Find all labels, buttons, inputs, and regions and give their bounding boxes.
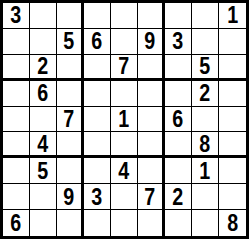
sudoku-board: 3156932756271648541937268 [0,0,249,239]
cell-r9c9: 8 [219,210,246,236]
given-digit: 4 [119,159,130,183]
given-digit: 7 [64,107,75,131]
cell-r6c9[interactable] [219,132,246,158]
given-digit: 5 [64,29,75,53]
cell-r8c4: 3 [84,184,111,210]
cell-r7c5: 4 [111,158,138,184]
cell-r5c7: 6 [165,107,192,133]
given-digit: 9 [145,29,156,53]
given-digit: 6 [173,107,184,131]
cell-r6c2: 4 [30,132,57,158]
cell-r6c3[interactable] [57,132,84,158]
cell-r7c4[interactable] [84,158,111,184]
cell-r2c4: 6 [84,29,111,55]
cell-r9c8[interactable] [192,210,219,236]
cell-r3c4[interactable] [84,55,111,81]
cell-r1c2[interactable] [30,3,57,29]
cell-r1c4[interactable] [84,3,111,29]
cell-r1c1: 3 [3,3,30,29]
cell-r1c5[interactable] [111,3,138,29]
given-digit: 5 [200,55,211,78]
cell-r3c3[interactable] [57,55,84,81]
cell-r6c1[interactable] [3,132,30,158]
cell-r7c3[interactable] [57,158,84,184]
cell-r9c1: 6 [3,210,30,236]
given-digit: 6 [38,81,49,105]
cell-r4c7[interactable] [165,81,192,107]
given-digit: 2 [200,81,211,105]
cell-r5c4[interactable] [84,107,111,133]
cell-r4c1[interactable] [3,81,30,107]
cell-r5c3: 7 [57,107,84,133]
cell-r4c8: 2 [192,81,219,107]
cell-r2c6: 9 [138,29,165,55]
cell-r7c6[interactable] [138,158,165,184]
cell-r2c8[interactable] [192,29,219,55]
given-digit: 6 [92,29,103,53]
cell-r1c8[interactable] [192,3,219,29]
cell-r3c2: 2 [30,55,57,81]
cell-r3c6[interactable] [138,55,165,81]
cell-r1c6[interactable] [138,3,165,29]
given-digit: 1 [227,3,238,27]
given-digit: 5 [38,159,49,183]
cell-r5c6[interactable] [138,107,165,133]
cell-r3c8: 5 [192,55,219,81]
cell-r5c5: 1 [111,107,138,133]
given-digit: 7 [119,55,130,78]
cell-r6c7[interactable] [165,132,192,158]
cell-r2c7: 3 [165,29,192,55]
cell-r9c6[interactable] [138,210,165,236]
given-digit: 1 [200,159,211,183]
cell-r5c9[interactable] [219,107,246,133]
cell-r1c7[interactable] [165,3,192,29]
cell-r6c4[interactable] [84,132,111,158]
cell-r1c9: 1 [219,3,246,29]
cell-r8c3: 9 [57,184,84,210]
given-digit: 7 [145,185,156,209]
given-digit: 3 [92,185,103,209]
cell-r9c2[interactable] [30,210,57,236]
cell-r8c1[interactable] [3,184,30,210]
given-digit: 8 [200,132,211,155]
cell-r4c5[interactable] [111,81,138,107]
cell-r8c2[interactable] [30,184,57,210]
cell-r1c3[interactable] [57,3,84,29]
cell-r7c8: 1 [192,158,219,184]
cell-r4c4[interactable] [84,81,111,107]
cell-r2c3: 5 [57,29,84,55]
cell-r4c6[interactable] [138,81,165,107]
cell-r6c6[interactable] [138,132,165,158]
cell-r3c9[interactable] [219,55,246,81]
cell-r5c2[interactable] [30,107,57,133]
cell-r2c2[interactable] [30,29,57,55]
given-digit: 6 [11,211,22,235]
cell-r7c7[interactable] [165,158,192,184]
cell-r2c1[interactable] [3,29,30,55]
cell-r4c3[interactable] [57,81,84,107]
cell-r8c8[interactable] [192,184,219,210]
cell-r5c8[interactable] [192,107,219,133]
cell-r9c3[interactable] [57,210,84,236]
cell-r9c4[interactable] [84,210,111,236]
given-digit: 3 [11,3,22,27]
cell-r2c5[interactable] [111,29,138,55]
given-digit: 3 [173,29,184,53]
cell-r6c8: 8 [192,132,219,158]
cell-r3c1[interactable] [3,55,30,81]
given-digit: 4 [38,132,49,155]
cell-r4c9[interactable] [219,81,246,107]
cell-r6c5[interactable] [111,132,138,158]
cell-r8c6: 7 [138,184,165,210]
cell-r8c9[interactable] [219,184,246,210]
cell-r8c7: 2 [165,184,192,210]
cell-r4c2: 6 [30,81,57,107]
cell-r3c7[interactable] [165,55,192,81]
cell-r5c1[interactable] [3,107,30,133]
cell-r3c5: 7 [111,55,138,81]
cell-r2c9[interactable] [219,29,246,55]
cell-r7c2: 5 [30,158,57,184]
given-digit: 9 [64,185,75,209]
cell-r7c9[interactable] [219,158,246,184]
cell-r8c5[interactable] [111,184,138,210]
cell-r9c7[interactable] [165,210,192,236]
given-digit: 8 [227,211,238,235]
cell-r9c5[interactable] [111,210,138,236]
cell-r7c1[interactable] [3,158,30,184]
given-digit: 1 [119,107,130,131]
given-digit: 2 [173,185,184,209]
given-digit: 2 [38,55,49,78]
